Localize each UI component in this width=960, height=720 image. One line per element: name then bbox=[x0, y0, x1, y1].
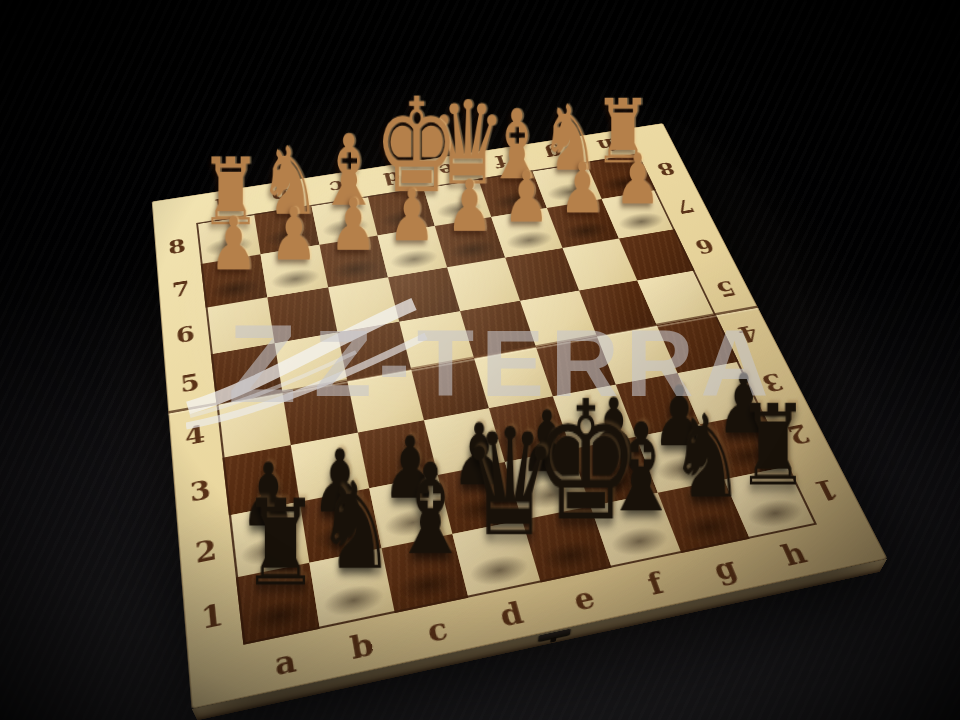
clasp-hook-icon bbox=[550, 637, 556, 643]
piece-black-bishop[interactable]: ♝ bbox=[389, 447, 459, 573]
piece-white-pawn[interactable]: ♟ bbox=[499, 161, 554, 232]
square-c7[interactable]: ♟ bbox=[319, 235, 388, 287]
piece-black-rook[interactable]: ♜ bbox=[242, 484, 313, 603]
piece-black-queen[interactable]: ♛ bbox=[461, 410, 530, 558]
rank-label-left-7: 7 bbox=[157, 264, 205, 315]
rank-label-left-6: 6 bbox=[161, 308, 211, 363]
rank-label-left-4: 4 bbox=[168, 404, 222, 467]
piece-black-rook[interactable]: ♜ bbox=[736, 390, 803, 502]
piece-white-pawn[interactable]: ♟ bbox=[610, 144, 665, 214]
piece-white-pawn[interactable]: ♟ bbox=[325, 188, 382, 261]
rank-label-left-2: 2 bbox=[177, 515, 236, 588]
rank-label-left-1: 1 bbox=[182, 578, 243, 657]
piece-black-knight[interactable]: ♞ bbox=[316, 467, 387, 588]
rank-label-left-8: 8 bbox=[154, 223, 201, 271]
piece-white-pawn[interactable]: ♟ bbox=[265, 197, 322, 270]
piece-white-pawn[interactable]: ♟ bbox=[384, 179, 440, 251]
square-b7[interactable]: ♟ bbox=[261, 245, 329, 298]
piece-white-pawn[interactable]: ♟ bbox=[205, 207, 262, 281]
piece-white-pawn[interactable]: ♟ bbox=[442, 170, 498, 242]
rank-label-left-3: 3 bbox=[173, 458, 229, 526]
piece-white-pawn[interactable]: ♟ bbox=[555, 152, 610, 223]
square-a1[interactable]: ♜ bbox=[236, 563, 320, 645]
photo-background: abcdefgh8♜♞♝♚♛♝♞♜87♟♟♟♟♟♟♟♟7665544332♟♟♟… bbox=[0, 0, 960, 720]
